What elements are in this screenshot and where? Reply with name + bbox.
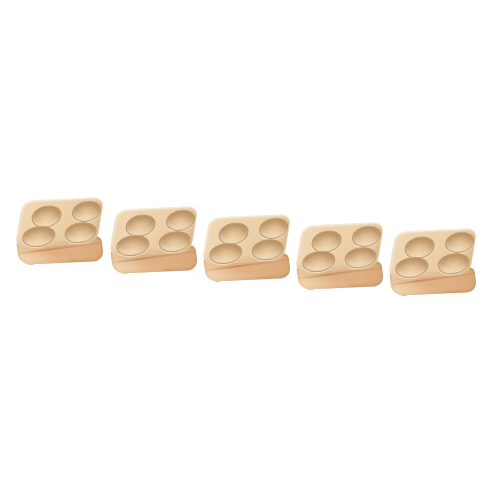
recess-lower-right [436,252,472,275]
recess-lower-right [63,221,99,244]
recess-lower-left [301,250,338,273]
wooden-tray-1 [15,197,108,269]
tray-top-face [295,222,385,272]
wooden-tray-4 [295,222,388,294]
tray-top-face [109,206,199,256]
wooden-tray-2 [109,206,202,278]
recess-upper-left [217,222,251,245]
recess-upper-left [30,205,64,228]
tray-top-face [15,197,105,247]
recess-upper-left [124,214,158,237]
recess-lower-right [250,238,286,261]
recess-upper-left [403,236,437,259]
recess-upper-left [310,230,344,253]
tray-top-face [388,228,478,278]
wooden-tray-5 [388,228,481,300]
recess-lower-left [208,242,245,265]
recess-lower-left [115,234,152,257]
recess-lower-left [394,256,431,279]
recess-lower-right [343,246,379,269]
recess-lower-right [157,230,193,253]
recess-upper-right [350,225,383,247]
wooden-tray-3 [202,214,295,286]
tray-top-face [202,214,292,264]
recess-upper-right [257,217,290,239]
recess-upper-right [70,200,103,222]
recess-upper-right [443,231,476,253]
recess-lower-left [21,225,58,248]
product-stage [0,0,500,500]
recess-upper-right [164,209,197,231]
